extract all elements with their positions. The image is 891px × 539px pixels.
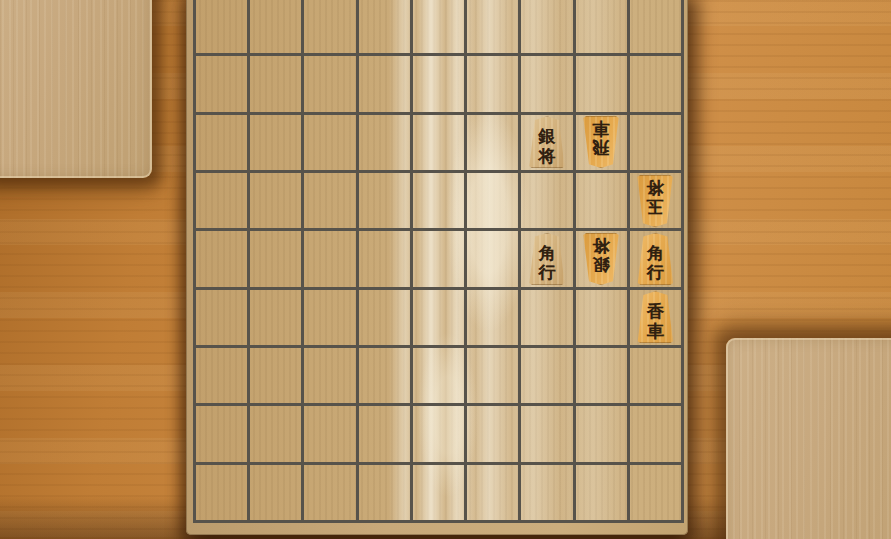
cell-9h[interactable] [196, 406, 248, 462]
cell-9a[interactable] [196, 0, 248, 54]
cell-9e[interactable] [196, 231, 248, 287]
cell-4g[interactable] [467, 348, 519, 404]
cell-5i[interactable] [413, 465, 465, 521]
cell-2h[interactable] [576, 406, 628, 462]
piece-kanji: 飛車 [592, 118, 611, 157]
cell-2f[interactable] [576, 290, 628, 346]
piece-kanji: 銀将 [537, 127, 556, 166]
cell-8a[interactable] [250, 0, 302, 54]
cell-3d[interactable] [521, 173, 573, 229]
cell-2i[interactable] [576, 465, 628, 521]
cell-3i[interactable] [521, 465, 573, 521]
cell-7a[interactable] [304, 0, 356, 54]
cell-6h[interactable] [359, 406, 411, 462]
cell-6f[interactable] [359, 290, 411, 346]
cell-1a[interactable] [630, 0, 682, 54]
cell-9c[interactable] [196, 115, 248, 171]
cell-5a[interactable] [413, 0, 465, 54]
cell-7f[interactable] [304, 290, 356, 346]
cell-4h[interactable] [467, 406, 519, 462]
cell-9d[interactable] [196, 173, 248, 229]
cell-8i[interactable] [250, 465, 302, 521]
cell-6i[interactable] [359, 465, 411, 521]
cell-5c[interactable] [413, 115, 465, 171]
cell-9b[interactable] [196, 56, 248, 112]
cell-6b[interactable] [359, 56, 411, 112]
cell-7c[interactable] [304, 115, 356, 171]
cell-6d[interactable] [359, 173, 411, 229]
cell-7i[interactable] [304, 465, 356, 521]
piece-kanji: 銀将 [592, 235, 611, 274]
komadai-sente[interactable] [726, 338, 891, 539]
cell-3b[interactable] [521, 56, 573, 112]
cell-2d[interactable] [576, 173, 628, 229]
cell-1h[interactable] [630, 406, 682, 462]
cell-4b[interactable] [467, 56, 519, 112]
cell-3f[interactable] [521, 290, 573, 346]
cell-5d[interactable] [413, 173, 465, 229]
cell-1b[interactable] [630, 56, 682, 112]
cell-9g[interactable] [196, 348, 248, 404]
cell-1g[interactable] [630, 348, 682, 404]
piece-kanji: 角行 [646, 244, 665, 283]
cell-3h[interactable] [521, 406, 573, 462]
cell-7d[interactable] [304, 173, 356, 229]
cell-6e[interactable] [359, 231, 411, 287]
cell-5e[interactable] [413, 231, 465, 287]
cell-8f[interactable] [250, 290, 302, 346]
cell-4a[interactable] [467, 0, 519, 54]
piece-kanji: 玉将 [646, 177, 665, 216]
cell-7b[interactable] [304, 56, 356, 112]
cell-5b[interactable] [413, 56, 465, 112]
cell-9f[interactable] [196, 290, 248, 346]
cell-6g[interactable] [359, 348, 411, 404]
cell-8g[interactable] [250, 348, 302, 404]
cell-6c[interactable] [359, 115, 411, 171]
cell-5f[interactable] [413, 290, 465, 346]
cell-3g[interactable] [521, 348, 573, 404]
cell-4f[interactable] [467, 290, 519, 346]
piece-kanji: 角行 [537, 244, 556, 283]
cell-1c[interactable] [630, 115, 682, 171]
cell-4i[interactable] [467, 465, 519, 521]
cell-2b[interactable] [576, 56, 628, 112]
shogi-scene: 銀将飛車玉将角行銀将角行香車 [0, 0, 891, 539]
cell-7e[interactable] [304, 231, 356, 287]
cell-5h[interactable] [413, 406, 465, 462]
komadai-gote[interactable] [0, 0, 152, 178]
cell-3a[interactable] [521, 0, 573, 54]
cell-2a[interactable] [576, 0, 628, 54]
cell-8b[interactable] [250, 56, 302, 112]
cell-9i[interactable] [196, 465, 248, 521]
cell-6a[interactable] [359, 0, 411, 54]
cell-4c[interactable] [467, 115, 519, 171]
cell-5g[interactable] [413, 348, 465, 404]
piece-kanji: 香車 [646, 302, 665, 341]
cell-7h[interactable] [304, 406, 356, 462]
cell-8c[interactable] [250, 115, 302, 171]
cell-4d[interactable] [467, 173, 519, 229]
cell-8e[interactable] [250, 231, 302, 287]
cell-8d[interactable] [250, 173, 302, 229]
cell-8h[interactable] [250, 406, 302, 462]
cell-1i[interactable] [630, 465, 682, 521]
cell-4e[interactable] [467, 231, 519, 287]
cell-7g[interactable] [304, 348, 356, 404]
shogi-board: 銀将飛車玉将角行銀将角行香車 [186, 0, 688, 535]
cell-2g[interactable] [576, 348, 628, 404]
